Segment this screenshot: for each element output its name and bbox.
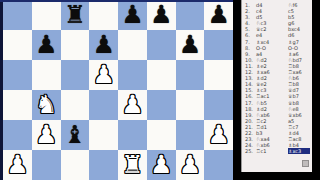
square-g3[interactable] xyxy=(176,120,205,150)
square-g7[interactable] xyxy=(176,0,205,30)
square-h6[interactable] xyxy=(204,30,233,60)
white-pawn[interactable]: ♟ xyxy=(207,122,229,147)
square-g5[interactable] xyxy=(176,60,205,90)
black-move-selected[interactable]: ♗xc3 xyxy=(288,148,310,154)
black-pawn[interactable]: ♟ xyxy=(35,32,57,57)
square-f4[interactable] xyxy=(147,90,176,120)
black-pawn[interactable]: ♟ xyxy=(150,2,172,27)
white-pawn[interactable]: ♟ xyxy=(121,92,143,117)
square-a2[interactable]: ♟ xyxy=(3,150,32,180)
square-a4[interactable] xyxy=(3,90,32,120)
white-rook[interactable]: ♜ xyxy=(121,152,143,177)
square-b7[interactable] xyxy=(32,0,61,30)
square-c2[interactable] xyxy=(61,150,90,180)
square-e5[interactable] xyxy=(118,60,147,90)
square-b5[interactable] xyxy=(32,60,61,90)
square-f3[interactable] xyxy=(147,120,176,150)
square-c7[interactable]: ♜ xyxy=(61,0,90,30)
square-h3[interactable]: ♟ xyxy=(204,120,233,150)
square-a5[interactable] xyxy=(3,60,32,90)
square-h2[interactable] xyxy=(204,150,233,180)
square-d6[interactable]: ♟ xyxy=(89,30,118,60)
square-a6[interactable] xyxy=(3,30,32,60)
square-e3[interactable] xyxy=(118,120,147,150)
board-top-edge xyxy=(0,0,233,2)
black-pawn[interactable]: ♟ xyxy=(121,2,143,27)
white-pawn[interactable]: ♟ xyxy=(6,152,28,177)
square-d4[interactable] xyxy=(89,90,118,120)
square-e4[interactable]: ♟ xyxy=(118,90,147,120)
square-c6[interactable] xyxy=(61,30,90,60)
square-e6[interactable] xyxy=(118,30,147,60)
white-pawn[interactable]: ♟ xyxy=(179,152,201,177)
square-e2[interactable]: ♜ xyxy=(118,150,147,180)
square-b3[interactable]: ♟ xyxy=(32,120,61,150)
scrollbar-grip[interactable] xyxy=(302,160,309,167)
square-g6[interactable]: ♟ xyxy=(176,30,205,60)
move-number: 25. xyxy=(242,148,256,154)
white-pawn[interactable]: ♟ xyxy=(92,62,114,87)
white-move[interactable]: ♖c1 xyxy=(256,148,288,154)
square-d3[interactable] xyxy=(89,120,118,150)
square-b6[interactable]: ♟ xyxy=(32,30,61,60)
square-a3[interactable] xyxy=(3,120,32,150)
square-h7[interactable]: ♟ xyxy=(204,0,233,30)
square-h5[interactable] xyxy=(204,60,233,90)
square-d2[interactable] xyxy=(89,150,118,180)
square-d5[interactable]: ♟ xyxy=(89,60,118,90)
move-list: 1.d4♘f62.c4c53.d5b54.♘c3g65.♕c2bxc46.e4d… xyxy=(242,2,312,154)
move-list-panel: 1.d4♘f62.c4c53.d5b54.♘c3g65.♕c2bxc46.e4d… xyxy=(241,0,312,172)
white-knight[interactable]: ♞ xyxy=(35,92,57,117)
square-g4[interactable] xyxy=(176,90,205,120)
white-pawn[interactable]: ♟ xyxy=(150,152,172,177)
black-pawn[interactable]: ♟ xyxy=(92,32,114,57)
square-h4[interactable] xyxy=(204,90,233,120)
white-pawn[interactable]: ♟ xyxy=(35,122,57,147)
square-f2[interactable]: ♟ xyxy=(147,150,176,180)
square-f5[interactable] xyxy=(147,60,176,90)
square-c4[interactable] xyxy=(61,90,90,120)
square-c3[interactable]: ♝ xyxy=(61,120,90,150)
square-f6[interactable] xyxy=(147,30,176,60)
move-row-25: 25.♖c1♗xc3 xyxy=(242,148,312,154)
video-frame: ♜♟♟♟♟♟♟♟♞♟♟♝♟♟♜♟♟ 1.d4♘f62.c4c53.d5b54.♘… xyxy=(0,0,320,180)
black-pawn[interactable]: ♟ xyxy=(207,2,229,27)
chess-board-area: ♜♟♟♟♟♟♟♟♞♟♟♝♟♟♜♟♟ xyxy=(0,0,233,180)
chess-board: ♜♟♟♟♟♟♟♟♞♟♟♝♟♟♜♟♟ xyxy=(3,0,233,180)
square-b2[interactable] xyxy=(32,150,61,180)
square-b4[interactable]: ♞ xyxy=(32,90,61,120)
square-g2[interactable]: ♟ xyxy=(176,150,205,180)
square-d7[interactable] xyxy=(89,0,118,30)
black-bishop[interactable]: ♝ xyxy=(64,122,86,147)
black-pawn[interactable]: ♟ xyxy=(179,32,201,57)
square-f7[interactable]: ♟ xyxy=(147,0,176,30)
black-rook[interactable]: ♜ xyxy=(64,2,86,27)
square-e7[interactable]: ♟ xyxy=(118,0,147,30)
square-c5[interactable] xyxy=(61,60,90,90)
square-a7[interactable] xyxy=(3,0,32,30)
